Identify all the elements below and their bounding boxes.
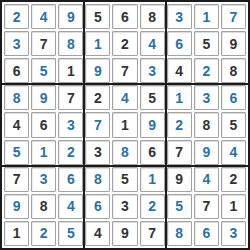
cell-r4c8[interactable]: 3 bbox=[194, 85, 219, 110]
cell-r7c2[interactable]: 3 bbox=[31, 167, 56, 192]
cell-r1c2[interactable]: 4 bbox=[31, 4, 56, 29]
cell-r5c9[interactable]: 5 bbox=[221, 112, 246, 137]
cell-r1c6[interactable]: 8 bbox=[140, 4, 165, 29]
cell-r1c7[interactable]: 3 bbox=[167, 4, 192, 29]
cell-r8c6[interactable]: 2 bbox=[140, 194, 165, 219]
cell-r5c6[interactable]: 9 bbox=[140, 112, 165, 137]
cell-r3c3[interactable]: 1 bbox=[58, 58, 83, 83]
cell-r8c1[interactable]: 9 bbox=[4, 194, 29, 219]
cell-r7c8[interactable]: 4 bbox=[194, 167, 219, 192]
cell-r6c7[interactable]: 7 bbox=[167, 140, 192, 165]
cell-r4c2[interactable]: 9 bbox=[31, 85, 56, 110]
cell-r9c3[interactable]: 5 bbox=[58, 221, 83, 246]
cell-r3c4[interactable]: 9 bbox=[85, 58, 110, 83]
cell-r6c8[interactable]: 9 bbox=[194, 140, 219, 165]
cell-r7c7[interactable]: 9 bbox=[167, 167, 192, 192]
cell-r8c7[interactable]: 5 bbox=[167, 194, 192, 219]
cell-r8c5[interactable]: 3 bbox=[112, 194, 137, 219]
cell-r8c9[interactable]: 1 bbox=[221, 194, 246, 219]
cell-r2c6[interactable]: 4 bbox=[140, 31, 165, 56]
cell-r5c4[interactable]: 7 bbox=[85, 112, 110, 137]
cell-r2c7[interactable]: 6 bbox=[167, 31, 192, 56]
cell-r2c9[interactable]: 9 bbox=[221, 31, 246, 56]
cell-r6c3[interactable]: 2 bbox=[58, 140, 83, 165]
cell-r1c5[interactable]: 6 bbox=[112, 4, 137, 29]
cell-r2c3[interactable]: 8 bbox=[58, 31, 83, 56]
cell-r7c4[interactable]: 8 bbox=[85, 167, 110, 192]
cell-r2c1[interactable]: 3 bbox=[4, 31, 29, 56]
cell-r6c5[interactable]: 8 bbox=[112, 140, 137, 165]
cell-r6c4[interactable]: 3 bbox=[85, 140, 110, 165]
cell-r9c8[interactable]: 6 bbox=[194, 221, 219, 246]
cell-r3c1[interactable]: 6 bbox=[4, 58, 29, 83]
cell-r2c4[interactable]: 1 bbox=[85, 31, 110, 56]
cell-r4c7[interactable]: 1 bbox=[167, 85, 192, 110]
cell-r5c3[interactable]: 3 bbox=[58, 112, 83, 137]
cell-r4c9[interactable]: 6 bbox=[221, 85, 246, 110]
cell-r3c8[interactable]: 2 bbox=[194, 58, 219, 83]
sudoku-board: 2495683173781246596519734288972451364637… bbox=[0, 0, 250, 250]
cell-r3c7[interactable]: 4 bbox=[167, 58, 192, 83]
cell-r9c5[interactable]: 9 bbox=[112, 221, 137, 246]
cell-r1c9[interactable]: 7 bbox=[221, 4, 246, 29]
cell-r3c6[interactable]: 3 bbox=[140, 58, 165, 83]
cell-r1c3[interactable]: 9 bbox=[58, 4, 83, 29]
cell-r5c2[interactable]: 6 bbox=[31, 112, 56, 137]
cell-r1c8[interactable]: 1 bbox=[194, 4, 219, 29]
cell-r4c6[interactable]: 5 bbox=[140, 85, 165, 110]
cell-r3c9[interactable]: 8 bbox=[221, 58, 246, 83]
cell-r1c4[interactable]: 5 bbox=[85, 4, 110, 29]
cell-r2c5[interactable]: 2 bbox=[112, 31, 137, 56]
cell-r4c4[interactable]: 2 bbox=[85, 85, 110, 110]
sudoku-grid: 2495683173781246596519734288972451364637… bbox=[2, 2, 248, 248]
cell-r6c2[interactable]: 1 bbox=[31, 140, 56, 165]
cell-r3c2[interactable]: 5 bbox=[31, 58, 56, 83]
cell-r5c8[interactable]: 8 bbox=[194, 112, 219, 137]
cell-r7c6[interactable]: 1 bbox=[140, 167, 165, 192]
cell-r6c6[interactable]: 6 bbox=[140, 140, 165, 165]
cell-r6c9[interactable]: 4 bbox=[221, 140, 246, 165]
cell-r5c7[interactable]: 2 bbox=[167, 112, 192, 137]
cell-r5c5[interactable]: 1 bbox=[112, 112, 137, 137]
cell-r8c8[interactable]: 7 bbox=[194, 194, 219, 219]
cell-r8c4[interactable]: 6 bbox=[85, 194, 110, 219]
cell-r9c7[interactable]: 8 bbox=[167, 221, 192, 246]
cell-r9c4[interactable]: 4 bbox=[85, 221, 110, 246]
cell-r9c6[interactable]: 7 bbox=[140, 221, 165, 246]
cell-r9c2[interactable]: 2 bbox=[31, 221, 56, 246]
cell-r7c3[interactable]: 6 bbox=[58, 167, 83, 192]
cell-r6c1[interactable]: 5 bbox=[4, 140, 29, 165]
cell-r4c3[interactable]: 7 bbox=[58, 85, 83, 110]
cell-r4c5[interactable]: 4 bbox=[112, 85, 137, 110]
cell-r2c8[interactable]: 5 bbox=[194, 31, 219, 56]
cell-r7c9[interactable]: 2 bbox=[221, 167, 246, 192]
cell-r9c1[interactable]: 1 bbox=[4, 221, 29, 246]
cell-r1c1[interactable]: 2 bbox=[4, 4, 29, 29]
cell-r7c5[interactable]: 5 bbox=[112, 167, 137, 192]
cell-r7c1[interactable]: 7 bbox=[4, 167, 29, 192]
cell-r9c9[interactable]: 3 bbox=[221, 221, 246, 246]
cell-r8c3[interactable]: 4 bbox=[58, 194, 83, 219]
cell-r5c1[interactable]: 4 bbox=[4, 112, 29, 137]
cell-r4c1[interactable]: 8 bbox=[4, 85, 29, 110]
cell-r8c2[interactable]: 8 bbox=[31, 194, 56, 219]
cell-r2c2[interactable]: 7 bbox=[31, 31, 56, 56]
cell-r3c5[interactable]: 7 bbox=[112, 58, 137, 83]
